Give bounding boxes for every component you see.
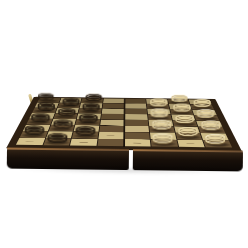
piece-shadow [151, 141, 177, 146]
square-numeral-mark [133, 143, 142, 144]
square-h1: ⛂ [203, 140, 232, 147]
square-numeral-mark [210, 137, 219, 138]
square-d2 [98, 132, 123, 139]
square-numeral-mark [55, 135, 64, 136]
box-side-left [7, 148, 129, 170]
square-b2 [46, 131, 73, 138]
checkers-set-product-photo[interactable]: ⛂⛂⛂⛂⛂⛂⛂⛂⛂⛂⛂⛂⛂⛂⛂⛂⛂⛂⛂⛂⛂⛂⛂⛂ [0, 0, 248, 248]
square-f1: ⛂ [151, 139, 178, 146]
square-numeral-mark [107, 135, 115, 136]
square-g2: ⛂ [176, 133, 203, 140]
square-numeral-mark [186, 143, 195, 144]
box-side-right [133, 149, 243, 171]
piece-shadow [72, 133, 97, 138]
checkers-board: ⛂⛂⛂⛂⛂⛂⛂⛂⛂⛂⛂⛂⛂⛂⛂⛂⛂⛂⛂⛂⛂⛂⛂⛂ [6, 97, 242, 152]
square-e2 [125, 132, 150, 139]
piece-shadow [204, 142, 231, 147]
square-c1 [70, 138, 97, 145]
square-numeral-mark [25, 142, 34, 143]
square-numeral-mark [79, 142, 88, 143]
square-g1 [177, 140, 205, 147]
square-b1: ⛂ [43, 138, 71, 145]
square-d1 [97, 139, 123, 146]
square-e1 [125, 139, 151, 146]
square-c2: ⛂ [72, 132, 98, 139]
square-numeral-mark [158, 136, 167, 137]
square-a2: ⛂ [20, 131, 48, 138]
square-a1 [16, 138, 45, 145]
piece-shadow [43, 140, 70, 145]
